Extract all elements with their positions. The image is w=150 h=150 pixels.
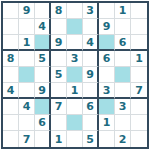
cell-r8c9[interactable] <box>131 115 147 131</box>
given-digit-r5c6[interactable]: 9 <box>83 67 99 83</box>
cell-r9c7[interactable] <box>99 131 115 147</box>
given-digit-r7c4[interactable]: 7 <box>51 99 67 115</box>
cell-r4c8[interactable] <box>115 51 131 67</box>
given-digit-r4c7[interactable]: 6 <box>99 51 115 67</box>
cell-r7c7[interactable] <box>99 99 115 115</box>
cell-r2c1[interactable] <box>3 19 19 35</box>
given-digit-r2c7[interactable]: 9 <box>99 19 115 35</box>
cell-r5c7[interactable] <box>99 67 115 83</box>
cell-r1c7[interactable] <box>99 3 115 19</box>
cell-r8c4[interactable] <box>51 115 67 131</box>
given-digit-r1c8[interactable]: 1 <box>115 3 131 19</box>
cell-r7c1[interactable] <box>3 99 19 115</box>
given-digit-r6c5[interactable]: 1 <box>67 83 83 99</box>
cell-r4c6[interactable] <box>83 51 99 67</box>
cell-r8c8[interactable] <box>115 115 131 131</box>
cell-r2c2[interactable] <box>19 19 35 35</box>
cell-r9c3[interactable] <box>35 131 51 147</box>
cell-r5c2[interactable] <box>19 67 35 83</box>
cell-r6c4[interactable] <box>51 83 67 99</box>
given-digit-r5c4[interactable]: 5 <box>51 67 67 83</box>
given-digit-r7c6[interactable]: 6 <box>83 99 99 115</box>
given-digit-r6c9[interactable]: 7 <box>131 83 147 99</box>
cell-r1c3[interactable] <box>35 3 51 19</box>
given-digit-r1c4[interactable]: 8 <box>51 3 67 19</box>
cell-r4c2[interactable] <box>19 51 35 67</box>
given-digit-r3c8[interactable]: 6 <box>115 35 131 51</box>
cell-r9c5[interactable] <box>67 131 83 147</box>
given-digit-r9c6[interactable]: 5 <box>83 131 99 147</box>
cell-r7c9[interactable] <box>131 99 147 115</box>
cell-r4c4[interactable] <box>51 51 67 67</box>
cell-r7c5[interactable] <box>67 99 83 115</box>
sudoku-board: 98314919468536159491374763617152 <box>1 1 149 149</box>
given-digit-r6c7[interactable]: 3 <box>99 83 115 99</box>
cell-r3c9[interactable] <box>131 35 147 51</box>
cell-r1c5[interactable] <box>67 3 83 19</box>
cell-r7c3[interactable] <box>35 99 51 115</box>
cell-r2c5[interactable] <box>67 19 83 35</box>
given-digit-r4c1[interactable]: 8 <box>3 51 19 67</box>
given-digit-r3c6[interactable]: 4 <box>83 35 99 51</box>
given-digit-r9c2[interactable]: 7 <box>19 131 35 147</box>
given-digit-r4c5[interactable]: 3 <box>67 51 83 67</box>
given-digit-r6c3[interactable]: 9 <box>35 83 51 99</box>
given-digit-r3c4[interactable]: 9 <box>51 35 67 51</box>
given-digit-r1c2[interactable]: 9 <box>19 3 35 19</box>
cell-r1c9[interactable] <box>131 3 147 19</box>
given-digit-r4c9[interactable]: 1 <box>131 51 147 67</box>
given-digit-r4c3[interactable]: 5 <box>35 51 51 67</box>
cell-r5c9[interactable] <box>131 67 147 83</box>
cell-r6c6[interactable] <box>83 83 99 99</box>
cell-r8c6[interactable] <box>83 115 99 131</box>
cell-r2c9[interactable] <box>131 19 147 35</box>
cell-r5c5[interactable] <box>67 67 83 83</box>
given-digit-r6c1[interactable]: 4 <box>3 83 19 99</box>
cell-r6c2[interactable] <box>19 83 35 99</box>
cell-r2c6[interactable] <box>83 19 99 35</box>
cell-r3c3[interactable] <box>35 35 51 51</box>
cell-r9c9[interactable] <box>131 131 147 147</box>
cell-r2c8[interactable] <box>115 19 131 35</box>
cell-r8c5[interactable] <box>67 115 83 131</box>
cell-r5c8[interactable] <box>115 67 131 83</box>
given-digit-r1c6[interactable]: 3 <box>83 3 99 19</box>
given-digit-r9c8[interactable]: 2 <box>115 131 131 147</box>
given-digit-r8c3[interactable]: 6 <box>35 115 51 131</box>
cell-r1c1[interactable] <box>3 3 19 19</box>
given-digit-r3c2[interactable]: 1 <box>19 35 35 51</box>
given-digit-r7c2[interactable]: 4 <box>19 99 35 115</box>
cell-r2c4[interactable] <box>51 19 67 35</box>
cell-r9c1[interactable] <box>3 131 19 147</box>
given-digit-r2c3[interactable]: 4 <box>35 19 51 35</box>
cell-r3c7[interactable] <box>99 35 115 51</box>
cell-r5c1[interactable] <box>3 67 19 83</box>
given-digit-r7c8[interactable]: 3 <box>115 99 131 115</box>
cell-r6c8[interactable] <box>115 83 131 99</box>
cell-r3c5[interactable] <box>67 35 83 51</box>
given-digit-r9c4[interactable]: 1 <box>51 131 67 147</box>
cell-r3c1[interactable] <box>3 35 19 51</box>
given-digit-r8c7[interactable]: 1 <box>99 115 115 131</box>
cell-r5c3[interactable] <box>35 67 51 83</box>
cell-r8c2[interactable] <box>19 115 35 131</box>
cell-r8c1[interactable] <box>3 115 19 131</box>
